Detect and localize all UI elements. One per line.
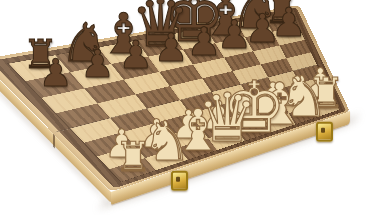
fold-seam-side [53, 134, 55, 149]
piece-black-pawn-d7[interactable]: ♟︎ [154, 29, 189, 68]
piece-black-pawn-a7[interactable]: ♟︎ [39, 54, 73, 92]
piece-black-pawn-e7[interactable]: ♟︎ [186, 22, 221, 61]
piece-black-pawn-f7[interactable]: ♟︎ [217, 15, 252, 54]
piece-black-pawn-c7[interactable]: ♟︎ [118, 36, 153, 75]
piece-white-rook-a1[interactable]: ♜︎ [115, 136, 152, 177]
brass-clasp-icon [171, 171, 188, 191]
chess-set-photo: ♜︎♞︎♝︎♛︎♚︎♝︎♞︎♜︎♟︎♟︎♟︎♟︎♟︎♟︎♟︎♟︎♟︎♟︎♟︎♟︎… [0, 0, 376, 215]
piece-black-pawn-b7[interactable]: ♟︎ [80, 45, 114, 83]
